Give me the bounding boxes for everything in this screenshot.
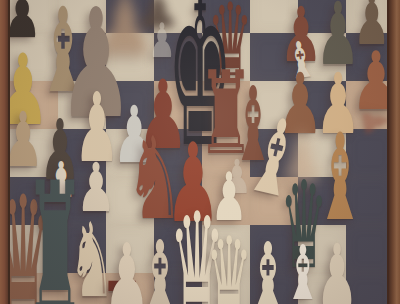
board-frame-right xyxy=(387,0,400,304)
board-frame-left xyxy=(0,0,10,304)
dark-teal-rook-piece[interactable]: ♜ xyxy=(24,157,85,304)
pieces-layer: ♟♟♟♟♝♟♟♚♛♟♟♝♟♟♟♜♝♟♟♟♟♟♟♟♝♟♟♟♞♟♟♟♝♛♛♜♞┳♟♝… xyxy=(0,0,400,304)
cream-pawn-piece[interactable]: ♟ xyxy=(316,233,359,304)
chess-artwork-scene: ♟♟♟♟♝♟♟♚♛♟♟♝♟♟♟♜♝♟♟♟♟♟♟♟♝♟♟♟♞♟♟♟♝♛♛♜♞┳♟♝… xyxy=(0,0,400,304)
cream-pawn-piece[interactable]: ♟ xyxy=(103,232,150,304)
cream-queen-piece[interactable]: ♛ xyxy=(206,223,253,304)
